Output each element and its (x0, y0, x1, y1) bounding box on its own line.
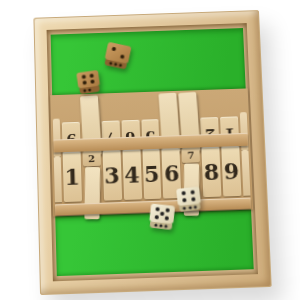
tile-bottom-3[interactable]: 3 (102, 150, 121, 201)
player1-tile-row: 123456789 (54, 146, 251, 203)
tile-assembly: 976521 123456789 (50, 88, 253, 216)
tile-number: 9 (223, 158, 239, 184)
die-bottom-right[interactable] (176, 187, 201, 212)
tile-number: 4 (124, 161, 140, 187)
row-end-post (241, 150, 250, 196)
tile-number: 8 (203, 159, 219, 185)
tile-bottom-4[interactable]: 4 (122, 149, 142, 200)
photo-stage: 976521 123456789 (0, 0, 300, 300)
tile-number: 5 (144, 161, 160, 187)
die-top-right[interactable] (103, 42, 131, 70)
tile-bottom-9[interactable]: 9 (221, 146, 241, 196)
player2-tile-row: 976521 (52, 90, 247, 138)
tile-number-small: 7 (182, 147, 200, 163)
tile-bottom-1[interactable]: 1 (63, 152, 82, 203)
box-interior: 976521 123456789 (47, 23, 258, 281)
tile-bottom-2-shut[interactable]: 2 (82, 151, 101, 202)
die-bottom-left[interactable] (149, 203, 175, 230)
row-end-post (54, 156, 62, 202)
tile-number: 3 (104, 162, 120, 188)
tile-number-small: 2 (82, 151, 100, 167)
die-top-face-5 (149, 203, 175, 223)
tile-number: 6 (164, 160, 180, 186)
tile-number: 1 (64, 164, 80, 190)
tile-bottom-8[interactable]: 8 (202, 147, 222, 197)
die-top-left[interactable] (76, 70, 101, 94)
tile-bottom-5[interactable]: 5 (142, 149, 162, 199)
game-box: 976521 123456789 (33, 10, 271, 295)
